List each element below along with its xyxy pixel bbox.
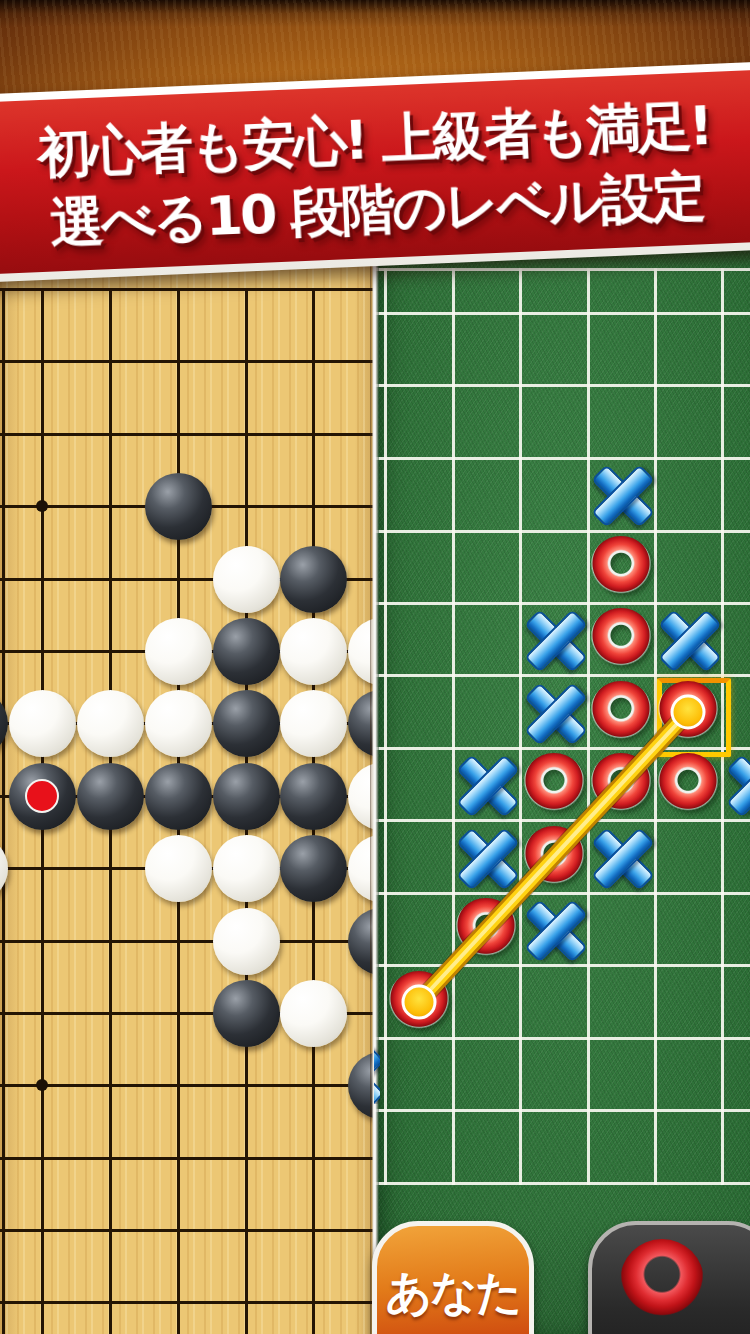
last-move-marker (25, 779, 59, 813)
o-piece (523, 826, 585, 888)
grid-line-horizontal (374, 1109, 750, 1112)
grid-line-horizontal (374, 1037, 750, 1040)
o-piece (388, 971, 450, 1033)
x-piece (525, 683, 583, 741)
white-stone (280, 618, 347, 685)
grid-line-horizontal (374, 602, 750, 605)
opponent-piece-button[interactable] (588, 1221, 750, 1334)
grid-line-horizontal (374, 312, 750, 315)
x-piece (457, 828, 515, 886)
black-stone (213, 618, 280, 685)
black-stone (280, 546, 347, 613)
grid-line-horizontal (0, 360, 373, 363)
white-stone (145, 835, 212, 902)
black-stone (280, 835, 347, 902)
board-top-edge-line (374, 268, 750, 271)
o-piece (523, 753, 585, 815)
o-piece (590, 753, 652, 815)
x-piece (592, 465, 650, 523)
star-point (36, 500, 48, 512)
grid-line-horizontal (374, 1182, 750, 1185)
black-stone (213, 763, 280, 830)
grid-line-vertical (519, 268, 522, 1185)
black-stone (145, 473, 212, 540)
grid-line-vertical (384, 268, 387, 1185)
white-stone (9, 690, 76, 757)
grid-line-vertical (2, 288, 5, 1334)
screenshot-root: 初心者も安心! 上級者も満足! 選べる10 段階のレベル設定 あなた (0, 0, 750, 1334)
o-piece (590, 608, 652, 670)
x-piece (525, 610, 583, 668)
white-stone (213, 546, 280, 613)
red-o-icon (620, 1239, 704, 1323)
grid-line-horizontal (374, 530, 750, 533)
grid-line-horizontal (0, 1301, 373, 1304)
grid-line-horizontal (374, 384, 750, 387)
left-board-wood-gomoku[interactable] (0, 250, 373, 1334)
right-board-felt-xo-gomoku[interactable] (374, 250, 750, 1334)
o-piece (657, 681, 719, 743)
o-piece (455, 898, 517, 960)
black-stone (77, 763, 144, 830)
x-piece (659, 610, 717, 668)
grid-line-horizontal (374, 892, 750, 895)
grid-line-horizontal (0, 433, 373, 436)
black-stone (213, 690, 280, 757)
player-you-button[interactable]: あなた (372, 1221, 534, 1334)
grid-line-horizontal (0, 1229, 373, 1232)
player-you-label: あなた (377, 1262, 529, 1324)
white-stone (145, 690, 212, 757)
x-piece (525, 900, 583, 958)
white-stone (213, 908, 280, 975)
o-piece (590, 681, 652, 743)
star-point (36, 1079, 48, 1091)
white-stone (280, 690, 347, 757)
grid-line-horizontal (374, 819, 750, 822)
black-stone (145, 763, 212, 830)
white-stone (77, 690, 144, 757)
grid-line-horizontal (374, 457, 750, 460)
black-stone (280, 763, 347, 830)
x-piece (457, 755, 515, 813)
board-seam-divider (370, 250, 379, 1334)
white-stone (280, 980, 347, 1047)
x-piece (592, 828, 650, 886)
o-piece (590, 536, 652, 598)
promo-banner: 初心者も安心! 上級者も満足! 選べる10 段階のレベル設定 (0, 61, 750, 282)
grid-line-horizontal (0, 940, 373, 943)
grid-line-horizontal (0, 1157, 373, 1160)
o-piece (657, 753, 719, 815)
grid-line-horizontal (0, 288, 373, 291)
grid-line-horizontal (374, 674, 750, 677)
black-stone (9, 763, 76, 830)
grid-line-horizontal (374, 964, 750, 967)
white-stone (145, 618, 212, 685)
grid-line-vertical (452, 268, 455, 1185)
x-piece (727, 755, 750, 813)
white-stone (213, 835, 280, 902)
grid-line-vertical (587, 268, 590, 1185)
grid-line-horizontal (0, 1084, 373, 1087)
black-stone (213, 980, 280, 1047)
